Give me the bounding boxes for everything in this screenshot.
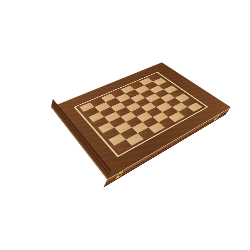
board-square (88, 112, 104, 122)
board-square (159, 117, 175, 128)
board-square (131, 107, 147, 117)
board-square (109, 117, 125, 128)
board-square (126, 133, 144, 145)
board-square (137, 128, 154, 140)
board-square (142, 117, 158, 128)
board-square (178, 107, 194, 117)
board-3d-box (51, 62, 231, 179)
board-square (115, 122, 132, 133)
board-square (136, 112, 152, 122)
board-square (162, 107, 178, 117)
board-square (103, 128, 120, 140)
product-photo-stage (0, 0, 250, 250)
board-square (126, 117, 142, 128)
board-square (148, 122, 165, 133)
chess-grid (79, 74, 202, 152)
board-square (99, 107, 115, 117)
board-square (131, 122, 148, 133)
board-square (115, 107, 131, 117)
board-square (108, 133, 126, 145)
board-square (98, 122, 115, 133)
board-square (114, 139, 132, 152)
board-square (168, 112, 184, 122)
maple-inlay-border (74, 72, 209, 157)
board-square (93, 117, 109, 128)
board-square (152, 112, 168, 122)
board-square (104, 112, 120, 122)
board-square (120, 112, 136, 122)
board-square (120, 128, 137, 140)
board-square (147, 107, 163, 117)
board-square (84, 107, 100, 117)
